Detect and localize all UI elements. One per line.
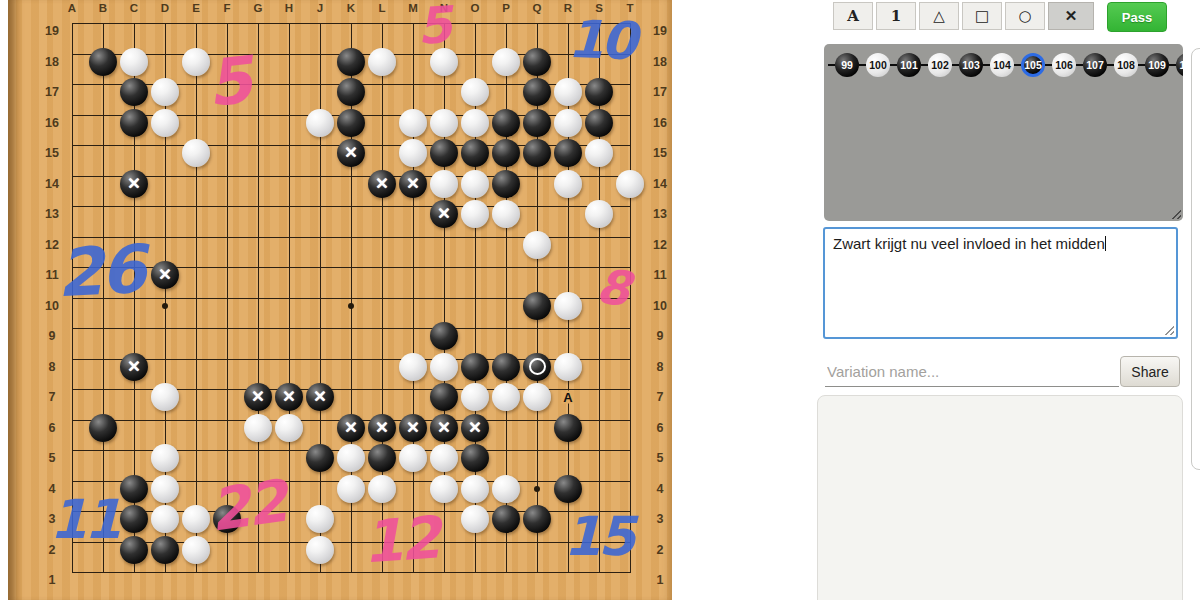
white-stone-J3 [306,505,334,533]
row-label: 13 [653,207,667,221]
white-stone-K5 [337,444,365,472]
board-cell[interactable] [258,298,289,329]
black-stone-S16 [585,109,613,137]
x-mark-icon: ✕ [437,206,450,222]
move-number-strip: 99100101102103104105106107108109110 [824,52,1183,78]
white-stone-N16 [430,109,458,137]
board-cell[interactable] [165,176,196,207]
white-stone-D7 [151,383,179,411]
board-cell[interactable] [196,389,227,420]
column-label: Q [533,2,542,14]
black-stone-J7: ✕ [306,383,334,411]
black-stone-P16 [492,109,520,137]
board-cell[interactable] [72,115,103,146]
board-cell[interactable] [258,206,289,237]
black-stone-O5 [461,444,489,472]
ink-number-11: 11 [49,493,118,547]
white-stone-L18 [368,48,396,76]
hoshi-point [534,486,540,492]
move-node-105[interactable]: 105 [1021,53,1045,77]
row-label: 3 [657,512,664,526]
black-stone-Q15 [523,139,551,167]
board-cell[interactable] [289,206,320,237]
white-stone-D17 [151,78,179,106]
black-stone-O8 [461,353,489,381]
hoshi-point [162,303,168,309]
board-cell[interactable] [258,237,289,268]
black-stone-K15: ✕ [337,139,365,167]
board-cell[interactable] [444,542,475,573]
tool-button-□[interactable]: □ [962,2,1002,30]
white-stone-E3 [182,505,210,533]
board-cell[interactable] [289,298,320,329]
row-label: 13 [45,207,59,221]
board-cell[interactable] [72,328,103,359]
white-stone-Q12 [523,231,551,259]
board-cell[interactable] [475,542,506,573]
x-mark-icon: ✕ [158,267,171,283]
board-cell[interactable] [165,328,196,359]
black-stone-N9 [430,322,458,350]
column-label: L [378,2,385,14]
markup-toolbar: A1△□○✕ [833,2,1094,30]
row-label: 19 [653,24,667,38]
white-stone-S13 [585,200,613,228]
white-stone-R17 [554,78,582,106]
board-cell[interactable] [72,450,103,481]
black-stone-L5 [368,444,396,472]
black-stone-K17 [337,78,365,106]
white-stone-L4 [368,475,396,503]
board-cell[interactable] [599,389,630,420]
row-label: 17 [653,85,667,99]
board-cell[interactable] [72,359,103,390]
board-cell[interactable] [351,267,382,298]
x-mark-icon: ✕ [127,176,140,192]
x-mark-icon: ✕ [127,359,140,375]
white-stone-J16 [306,109,334,137]
white-stone-D5 [151,444,179,472]
white-stone-M16 [399,109,427,137]
board-cell[interactable] [196,237,227,268]
black-stone-R4 [554,475,582,503]
board-cell[interactable] [196,176,227,207]
row-label: 7 [657,390,664,404]
board-cell[interactable] [320,206,351,237]
white-stone-G6 [244,414,272,442]
ink-number-5: 5 [204,48,252,116]
board-cell[interactable] [320,328,351,359]
board-cell[interactable] [320,237,351,268]
black-stone-B6 [89,414,117,442]
move-node-101[interactable]: 101 [897,53,921,77]
board-cell[interactable] [475,237,506,268]
black-stone-R15 [554,139,582,167]
share-button[interactable]: Share [1120,356,1180,387]
row-label: 6 [657,421,664,435]
tool-button-○[interactable]: ○ [1005,2,1045,30]
board-cell[interactable] [165,298,196,329]
board-cell[interactable] [444,237,475,268]
black-stone-M6: ✕ [399,414,427,442]
board-cell[interactable] [568,237,599,268]
row-label: 9 [49,329,56,343]
board-cell[interactable] [258,145,289,176]
row-label: 14 [653,177,667,191]
white-stone-E15 [182,139,210,167]
move-connector [890,64,897,67]
collapsed-side-panel[interactable] [1191,48,1200,470]
black-stone-B18 [89,48,117,76]
black-stone-C4 [120,475,148,503]
board-cell[interactable] [258,84,289,115]
white-stone-N8 [430,353,458,381]
board-cell[interactable] [289,176,320,207]
row-label: 9 [657,329,664,343]
move-node-106[interactable]: 106 [1052,53,1076,77]
x-mark-icon: ✕ [437,420,450,436]
black-stone-Q3 [523,505,551,533]
tool-button-✕[interactable]: ✕ [1048,2,1094,30]
move-node-108[interactable]: 108 [1114,53,1138,77]
white-stone-N5 [430,444,458,472]
x-mark-icon: ✕ [344,420,357,436]
black-stone-Q17 [523,78,551,106]
x-mark-icon: ✕ [251,389,264,405]
x-mark-icon: ✕ [313,389,326,405]
board-cell[interactable] [227,206,258,237]
row-label: 12 [653,238,667,252]
black-stone-C16 [120,109,148,137]
board-cell[interactable] [382,267,413,298]
white-stone-M15 [399,139,427,167]
black-stone-P8 [492,353,520,381]
black-stone-K18 [337,48,365,76]
move-connector [983,64,990,67]
row-label: 6 [49,421,56,435]
column-label: E [192,2,200,14]
black-stone-K6: ✕ [337,414,365,442]
board-cell[interactable] [413,267,444,298]
row-label: 18 [653,55,667,69]
move-tree-panel[interactable]: 99100101102103104105106107108109110 [824,44,1183,221]
column-label: D [161,2,169,14]
resize-handle-icon[interactable] [1163,324,1174,335]
white-stone-O14 [461,170,489,198]
board-cell[interactable] [258,328,289,359]
black-stone-N6: ✕ [430,414,458,442]
move-connector [1169,64,1176,67]
board-cell[interactable] [72,206,103,237]
info-panel [817,395,1183,600]
white-stone-H6 [275,414,303,442]
move-connector [1138,64,1145,67]
white-stone-R8 [554,353,582,381]
board-cell[interactable] [196,267,227,298]
white-stone-K4 [337,475,365,503]
row-label: 10 [45,299,59,313]
board-cell[interactable] [599,420,630,451]
board-cell[interactable] [227,115,258,146]
ink-number-22: 22 [206,472,288,540]
board-cell[interactable] [227,542,258,573]
row-label: 1 [49,573,56,587]
tool-button-△[interactable]: △ [919,2,959,30]
ink-number-10: 10 [567,13,635,67]
move-node-102[interactable]: 102 [928,53,952,77]
move-node-110[interactable]: 110 [1176,53,1183,77]
white-stone-T14 [616,170,644,198]
row-label: 16 [45,116,59,130]
white-stone-O7 [461,383,489,411]
row-label: 8 [49,360,56,374]
white-stone-P18 [492,48,520,76]
move-connector [921,64,928,67]
board-cell[interactable] [196,359,227,390]
row-label: 8 [657,360,664,374]
column-label: G [254,2,263,14]
board-cell[interactable] [196,298,227,329]
white-stone-O3 [461,505,489,533]
black-stone-K16 [337,109,365,137]
white-stone-E2 [182,536,210,564]
column-label: K [347,2,355,14]
black-stone-H7: ✕ [275,383,303,411]
white-stone-D4 [151,475,179,503]
row-label: 15 [45,146,59,160]
black-stone-P15 [492,139,520,167]
board-cell[interactable] [227,237,258,268]
black-stone-Q16 [523,109,551,137]
board-cell[interactable] [320,298,351,329]
black-stone-R6 [554,414,582,442]
app-window: ABCDEFGHJKLMNOPQRST191918181717161615151… [0,0,1200,600]
tool-button-A[interactable]: A [833,2,873,30]
move-connector [1076,64,1083,67]
black-stone-P14 [492,170,520,198]
black-stone-C8: ✕ [120,353,148,381]
board-cell[interactable] [227,145,258,176]
row-label: 18 [45,55,59,69]
move-node-107[interactable]: 107 [1083,53,1107,77]
column-label: O [471,2,480,14]
board-cell[interactable] [258,115,289,146]
white-stone-P13 [492,200,520,228]
point-letter-label: A [561,391,574,404]
row-label: 2 [657,543,664,557]
white-stone-J2 [306,536,334,564]
black-stone-N15 [430,139,458,167]
board-cell[interactable] [475,267,506,298]
x-mark-icon: ✕ [406,420,419,436]
white-stone-R10 [554,292,582,320]
move-node-103[interactable]: 103 [959,53,983,77]
row-label: 14 [45,177,59,191]
black-stone-N13: ✕ [430,200,458,228]
ink-number-12: 12 [361,508,440,571]
board-cell[interactable] [444,267,475,298]
board-cell[interactable] [351,298,382,329]
board-cell[interactable] [289,267,320,298]
white-stone-M5 [399,444,427,472]
board-cell[interactable] [227,328,258,359]
board-cell[interactable] [382,237,413,268]
board-cell[interactable] [258,267,289,298]
column-label: C [130,2,138,14]
white-stone-O4 [461,475,489,503]
board-cell[interactable] [227,267,258,298]
row-label: 16 [653,116,667,130]
column-label: F [223,2,230,14]
board-cell[interactable] [165,206,196,237]
white-stone-R16 [554,109,582,137]
pass-button[interactable]: Pass [1107,2,1167,32]
black-stone-C2 [120,536,148,564]
black-stone-M14: ✕ [399,170,427,198]
white-stone-C18 [120,48,148,76]
board-cell[interactable] [506,542,537,573]
row-label: 11 [653,268,666,282]
move-node-104[interactable]: 104 [990,53,1014,77]
row-label: 4 [657,482,664,496]
white-stone-N4 [430,475,458,503]
black-stone-O6: ✕ [461,414,489,442]
board-cell[interactable] [72,176,103,207]
white-stone-O17 [461,78,489,106]
black-stone-L14: ✕ [368,170,396,198]
board-cell[interactable] [72,145,103,176]
black-stone-C17 [120,78,148,106]
white-stone-R14 [554,170,582,198]
white-stone-P4 [492,475,520,503]
black-stone-Q8 [523,353,551,381]
board-cell[interactable] [382,206,413,237]
circle-mark-icon [529,358,546,375]
ink-number-5: 5 [415,0,450,52]
resize-handle-icon[interactable] [1170,208,1181,219]
board-cell[interactable] [506,420,537,451]
board-cell[interactable] [258,23,289,54]
board-cell[interactable] [289,145,320,176]
text-cursor [1105,236,1107,251]
board-cell[interactable] [72,84,103,115]
variation-name-input[interactable] [825,357,1119,387]
ink-number-15: 15 [563,510,632,564]
row-label: 5 [657,451,664,465]
row-label: 10 [653,299,667,313]
board-cell[interactable] [351,206,382,237]
white-stone-M8 [399,353,427,381]
hoshi-point [348,303,354,309]
move-node-99[interactable]: 99 [835,53,859,77]
column-label: A [68,2,76,14]
black-stone-D11: ✕ [151,261,179,289]
board-cell[interactable] [351,359,382,390]
black-stone-C3 [120,505,148,533]
move-node-100[interactable]: 100 [866,53,890,77]
black-stone-S17 [585,78,613,106]
white-stone-N14 [430,170,458,198]
black-stone-Q10 [523,292,551,320]
black-stone-N7 [430,383,458,411]
column-label: B [99,2,107,14]
column-label: P [502,2,510,14]
board-cell[interactable] [258,176,289,207]
board-cell[interactable] [196,206,227,237]
board-cell[interactable] [382,298,413,329]
black-stone-Q18 [523,48,551,76]
board-cell[interactable] [289,237,320,268]
comment-text: Zwart krijgt nu veel invloed in het midd… [833,235,1105,252]
board-cell[interactable] [227,298,258,329]
board-cell[interactable] [351,328,382,359]
x-mark-icon: ✕ [344,145,357,161]
black-stone-C14: ✕ [120,170,148,198]
black-stone-O15 [461,139,489,167]
black-stone-G7: ✕ [244,383,272,411]
board-cell[interactable] [599,328,630,359]
board-cell[interactable] [320,176,351,207]
x-mark-icon: ✕ [468,420,481,436]
go-board[interactable]: ABCDEFGHJKLMNOPQRST191918181717161615151… [8,0,672,600]
board-cell[interactable] [475,298,506,329]
black-stone-P3 [492,505,520,533]
board-cell[interactable] [196,420,227,451]
board-cell[interactable] [227,176,258,207]
board-cell[interactable] [289,54,320,85]
comment-textarea[interactable]: Zwart krijgt nu veel invloed in het midd… [823,227,1178,339]
row-label: 1 [657,573,664,587]
move-connector [828,64,835,67]
white-stone-S15 [585,139,613,167]
white-stone-Q7 [523,383,551,411]
board-cell[interactable] [258,542,289,573]
board-cell[interactable] [289,328,320,359]
white-stone-D16 [151,109,179,137]
white-stone-P7 [492,383,520,411]
board-cell[interactable] [196,328,227,359]
white-stone-D3 [151,505,179,533]
x-mark-icon: ✕ [375,176,388,192]
move-connector [1014,64,1021,67]
board-cell[interactable] [413,237,444,268]
move-connector [952,64,959,67]
board-cell[interactable] [289,23,320,54]
black-stone-L6: ✕ [368,414,396,442]
white-stone-O16 [461,109,489,137]
board-cell[interactable] [599,450,630,481]
x-mark-icon: ✕ [282,389,295,405]
row-label: 5 [49,451,56,465]
board-cell[interactable] [258,54,289,85]
board-cell[interactable] [599,359,630,390]
x-mark-icon: ✕ [406,176,419,192]
black-stone-J5 [306,444,334,472]
tool-button-1[interactable]: 1 [876,2,916,30]
move-connector [1107,64,1114,67]
move-node-109[interactable]: 109 [1145,53,1169,77]
row-label: 15 [653,146,667,160]
row-label: 7 [49,390,56,404]
column-label: H [285,2,293,14]
black-stone-D2 [151,536,179,564]
white-stone-O13 [461,200,489,228]
ink-number-26: 26 [55,237,144,307]
board-cell[interactable] [320,267,351,298]
move-connector [1045,64,1052,67]
row-label: 17 [45,85,59,99]
board-cell[interactable] [351,237,382,268]
